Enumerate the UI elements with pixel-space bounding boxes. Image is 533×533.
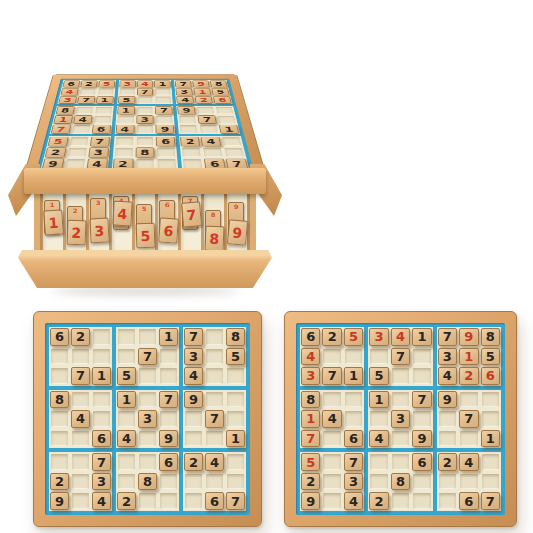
number-tile-3: 3 <box>369 328 388 346</box>
number-tile-8: 8 <box>301 391 320 409</box>
number-tile-8: 8 <box>135 147 155 157</box>
number-tile-6: 6 <box>159 453 178 471</box>
tile-edge-number-1: 1 <box>45 202 59 209</box>
number-tile-7: 7 <box>77 96 95 104</box>
number-tile-2: 2 <box>71 328 90 346</box>
cell-r4c4: 1 <box>116 390 137 410</box>
number-tile-5: 5 <box>118 96 135 104</box>
number-tile-1: 1 <box>92 367 111 385</box>
number-tile-7: 7 <box>198 115 217 123</box>
cell-r7c4 <box>368 452 389 472</box>
number-tile-9: 9 <box>50 492 69 510</box>
cell-r2c5: 7 <box>137 347 158 367</box>
cell-r9c3: 4 <box>343 491 364 511</box>
cell-r6c3: 6 <box>90 124 111 134</box>
sudoku-box-9: 2467 <box>179 136 249 170</box>
cell-r3c5 <box>137 366 158 386</box>
cell-r2c1: 4 <box>59 88 79 96</box>
number-tile-7: 7 <box>90 137 110 147</box>
drawer-slot-7: 77 <box>181 194 201 252</box>
cell-r7c3: 7 <box>89 136 111 147</box>
number-tile-4: 4 <box>176 96 194 104</box>
sudoku-box-6: 971 <box>183 390 246 449</box>
cell-r2c9: 5 <box>225 347 246 367</box>
number-tile-7: 7 <box>412 391 431 409</box>
cell-r3c2: 7 <box>321 366 342 386</box>
number-tile-6: 6 <box>412 453 431 471</box>
cell-r8c6 <box>158 472 179 492</box>
number-tile-7: 7 <box>481 492 500 510</box>
number-tile-7: 7 <box>205 410 224 428</box>
tile-edge-number-8: 8 <box>206 212 220 219</box>
number-tile-6: 6 <box>91 125 110 134</box>
cell-r6c5 <box>135 124 155 134</box>
number-tile-8: 8 <box>50 391 69 409</box>
cell-r6c9: 1 <box>225 429 246 449</box>
cell-r5c9 <box>225 409 246 429</box>
cell-r2c5: 7 <box>390 347 411 367</box>
number-tile-9: 9 <box>192 80 209 87</box>
sudoku-box-9: 2467 <box>437 452 501 511</box>
number-tile-7: 7 <box>138 348 157 366</box>
cell-r4c3 <box>91 390 112 410</box>
cell-r6c2 <box>70 429 91 449</box>
number-tile-5: 5 <box>211 88 229 95</box>
cell-r5c6 <box>155 115 175 124</box>
cell-r1c6: 1 <box>411 327 432 347</box>
cell-r6c7 <box>183 429 204 449</box>
cell-r8c8 <box>458 472 479 492</box>
number-tile-8: 8 <box>56 106 75 114</box>
cell-r8c9 <box>480 472 501 492</box>
number-tile-6: 6 <box>156 137 175 147</box>
number-tile-5: 5 <box>369 367 388 385</box>
cell-r4c8 <box>204 390 225 410</box>
cell-r6c5 <box>390 429 411 449</box>
cell-r3c2: 7 <box>70 366 91 386</box>
cell-r2c4 <box>118 88 137 96</box>
cell-r8c1: 2 <box>44 147 68 158</box>
cell-r8c9 <box>225 472 246 492</box>
cell-r4c6: 7 <box>154 106 174 115</box>
cell-r7c1 <box>49 452 70 472</box>
cell-r7c3: 7 <box>91 452 112 472</box>
number-tile-1: 1 <box>96 96 114 104</box>
cell-r3c4: 5 <box>368 366 389 386</box>
tile-edge-number-5: 5 <box>137 206 151 213</box>
cell-r2c8: 1 <box>193 88 212 96</box>
number-tile-1: 1 <box>344 367 363 385</box>
sudoku-box-7: 572394 <box>300 452 364 511</box>
number-tile-3: 3 <box>119 80 135 87</box>
cell-r3c3: 1 <box>95 96 115 104</box>
number-tile-1: 1 <box>301 410 320 428</box>
tile-edge-number-6: 6 <box>160 202 174 209</box>
number-tile-6: 6 <box>205 492 224 510</box>
cell-r3c1: 3 <box>300 366 321 386</box>
cell-r5c8: 7 <box>204 409 225 429</box>
drawer-tile-2: 2 <box>66 220 86 246</box>
number-tile-7: 7 <box>92 453 111 471</box>
cell-r8c9 <box>222 147 246 158</box>
cell-r6c6: 9 <box>155 124 176 134</box>
cell-r3c9: 6 <box>212 96 232 104</box>
cell-r5c3 <box>91 409 112 429</box>
cell-r2c4 <box>116 347 137 367</box>
number-tile-7: 7 <box>344 453 363 471</box>
number-tile-1: 1 <box>226 430 245 448</box>
cell-r6c7 <box>178 124 199 134</box>
cell-r2c8: 1 <box>458 347 479 367</box>
cell-r1c8: 9 <box>458 327 479 347</box>
cell-r5c4 <box>115 115 135 124</box>
drawer-tile-9: 9 <box>227 219 248 246</box>
drawer-slot-6: 66 <box>158 194 178 252</box>
cell-r2c3 <box>343 347 364 367</box>
cell-r7c8: 4 <box>200 136 223 147</box>
cell-r9c7 <box>437 491 458 511</box>
cell-r8c8 <box>201 147 224 158</box>
number-tile-3: 3 <box>136 115 154 123</box>
number-tile-9: 9 <box>438 391 457 409</box>
cell-r2c7: 3 <box>437 347 458 367</box>
number-tile-5: 5 <box>117 367 136 385</box>
cell-r1c3 <box>91 327 112 347</box>
drawer-tile-1: 1 <box>43 209 63 235</box>
cell-r9c1: 9 <box>49 491 70 511</box>
cell-r7c7: 2 <box>437 452 458 472</box>
sudoku-box-6: 971 <box>437 390 501 449</box>
number-tile-4: 4 <box>459 453 478 471</box>
cell-r6c7 <box>437 429 458 449</box>
cell-r3c4: 5 <box>117 96 136 104</box>
number-tile-4: 4 <box>438 367 457 385</box>
cell-r2c2 <box>321 347 342 367</box>
cell-r6c1: 7 <box>300 429 321 449</box>
cell-r1c4: 3 <box>368 327 389 347</box>
cell-r8c5: 8 <box>137 472 158 492</box>
number-tile-4: 4 <box>73 115 92 123</box>
cell-r7c9 <box>220 136 243 147</box>
cell-r8c4 <box>116 472 137 492</box>
cell-r8c2 <box>70 472 91 492</box>
cell-r1c9: 8 <box>225 327 246 347</box>
sudoku-board-angled: 6254371341757983154268147617349971572394… <box>22 74 268 180</box>
cell-r1c2: 2 <box>79 80 98 88</box>
sudoku-box-2: 175 <box>116 327 179 386</box>
cell-r4c3 <box>93 106 113 115</box>
tile-edge-number-2: 2 <box>68 208 82 215</box>
drawer-slot-8: 88 <box>204 194 224 252</box>
number-tile-7: 7 <box>438 328 457 346</box>
cell-r1c2: 2 <box>70 327 91 347</box>
cell-r2c6 <box>158 347 179 367</box>
sudoku-grid-angled: 6254371341757983154268147617349971572394… <box>36 79 254 173</box>
view-progress-board: 6254371341757983154268147617349971572394… <box>284 311 517 527</box>
sudoku-grid-progress: 6254371341757983154268147617349971572394… <box>296 323 505 515</box>
number-tile-4: 4 <box>369 430 388 448</box>
cell-r5c8: 7 <box>458 409 479 429</box>
cell-r4c5 <box>137 390 158 410</box>
cell-r4c4: 1 <box>116 106 136 115</box>
number-tile-3: 3 <box>391 410 410 428</box>
cell-r6c3: 6 <box>343 429 364 449</box>
cell-r3c9: 6 <box>480 366 501 386</box>
number-tile-9: 9 <box>184 391 203 409</box>
cell-r1c2: 2 <box>321 327 342 347</box>
view-angled-board-with-drawer: 6254371341757983154268147617349971572394… <box>14 4 276 294</box>
number-tile-4: 4 <box>391 328 410 346</box>
cell-r5c9 <box>480 409 501 429</box>
cell-r3c6 <box>158 366 179 386</box>
cell-r8c7 <box>437 472 458 492</box>
number-tile-9: 9 <box>412 430 431 448</box>
sudoku-grid-puzzle: 62711757835484617349971723946822467 <box>45 323 250 515</box>
cell-r5c8: 7 <box>197 115 218 124</box>
cell-r1c3: 5 <box>343 327 364 347</box>
cell-r3c7: 4 <box>176 96 196 104</box>
number-tile-7: 7 <box>137 88 154 95</box>
cell-r6c4: 4 <box>368 429 389 449</box>
cell-r7c2 <box>321 452 342 472</box>
cell-r2c6 <box>154 88 173 96</box>
cell-r9c7 <box>183 491 204 511</box>
drawer-tile-3: 3 <box>89 218 109 244</box>
sudoku-box-6: 971 <box>177 106 241 134</box>
sudoku-board-progress: 6254371341757983154268147617349971572394… <box>284 311 517 527</box>
cell-r7c5 <box>390 452 411 472</box>
cell-r6c6: 9 <box>158 429 179 449</box>
number-tile-1: 1 <box>154 80 170 87</box>
cell-r1c5 <box>137 327 158 347</box>
number-tile-1: 1 <box>481 430 500 448</box>
number-tile-2: 2 <box>80 80 97 87</box>
number-tile-6: 6 <box>92 430 111 448</box>
sudoku-box-7: 572394 <box>41 136 111 170</box>
cell-r9c8: 6 <box>204 491 225 511</box>
tile-edge-number-9: 9 <box>229 204 243 211</box>
cell-r7c6: 6 <box>155 136 176 147</box>
cell-r6c8 <box>204 429 225 449</box>
cell-r6c8 <box>458 429 479 449</box>
cell-r7c8: 4 <box>458 452 479 472</box>
cell-r1c8 <box>204 327 225 347</box>
number-tile-9: 9 <box>301 492 320 510</box>
number-tile-4: 4 <box>115 125 134 134</box>
cell-r1c9: 8 <box>209 80 228 88</box>
cell-r8c3: 3 <box>91 472 112 492</box>
cell-r1c1: 6 <box>49 327 70 347</box>
cell-r4c6: 7 <box>158 390 179 410</box>
cell-r5c4 <box>116 409 137 429</box>
cell-r2c6 <box>411 347 432 367</box>
number-tile-1: 1 <box>412 328 431 346</box>
cell-r4c7: 9 <box>177 106 197 115</box>
number-tile-6: 6 <box>481 367 500 385</box>
number-tile-4: 4 <box>201 137 222 147</box>
number-tile-6: 6 <box>344 430 363 448</box>
number-tile-5: 5 <box>481 348 500 366</box>
cell-r5c7 <box>437 409 458 429</box>
cell-r4c1: 8 <box>55 106 76 115</box>
number-tile-2: 2 <box>117 492 136 510</box>
cell-r9c1: 9 <box>300 491 321 511</box>
number-tile-1: 1 <box>117 391 136 409</box>
cell-r9c2 <box>321 491 342 511</box>
tile-drawer: 112233445566778899 <box>18 192 272 296</box>
cell-r7c2 <box>68 136 91 147</box>
cell-r5c4 <box>368 409 389 429</box>
cell-r6c5 <box>137 429 158 449</box>
number-tile-6: 6 <box>50 328 69 346</box>
cell-r1c6: 1 <box>154 80 172 88</box>
cell-r3c3: 1 <box>91 366 112 386</box>
cell-r3c9 <box>225 366 246 386</box>
cell-r8c2 <box>65 147 88 158</box>
number-tile-2: 2 <box>184 453 203 471</box>
cell-r3c1: 3 <box>57 96 77 104</box>
sudoku-box-2: 34175 <box>117 80 173 104</box>
cell-r9c6 <box>158 491 179 511</box>
cell-r2c9: 5 <box>480 347 501 367</box>
cell-r4c2 <box>70 390 91 410</box>
box-front-rim <box>24 168 266 194</box>
number-tile-4: 4 <box>137 80 153 87</box>
cell-r9c5 <box>390 491 411 511</box>
number-tile-2: 2 <box>301 473 320 491</box>
cell-r8c4 <box>368 472 389 492</box>
number-tile-4: 4 <box>117 430 136 448</box>
drawer-front-panel <box>18 250 272 288</box>
number-tile-3: 3 <box>301 367 320 385</box>
number-tile-7: 7 <box>175 80 192 87</box>
cell-r6c1 <box>49 429 70 449</box>
cell-r8c3: 3 <box>87 147 110 158</box>
cell-r7c7: 2 <box>179 136 201 147</box>
sudoku-box-5: 17349 <box>116 390 179 449</box>
drawer-slots: 112233445566778899 <box>34 192 256 252</box>
cell-r3c6 <box>411 366 432 386</box>
cell-r1c9: 8 <box>480 327 501 347</box>
cell-r6c9: 1 <box>480 429 501 449</box>
cell-r2c9: 5 <box>211 88 231 96</box>
cell-r1c7: 7 <box>174 80 193 88</box>
number-tile-6: 6 <box>213 96 232 104</box>
drawer-slot-4: 44 <box>112 194 132 252</box>
sudoku-box-5: 17349 <box>114 106 175 134</box>
cell-r3c5 <box>136 96 155 104</box>
cell-r2c7: 3 <box>183 347 204 367</box>
tile-edge-number-3: 3 <box>91 200 105 207</box>
number-tile-4: 4 <box>184 367 203 385</box>
cell-r8c3: 3 <box>343 472 364 492</box>
sudoku-box-4: 81476 <box>50 106 114 134</box>
number-tile-3: 3 <box>88 147 109 157</box>
cell-r9c8: 6 <box>458 491 479 511</box>
number-tile-7: 7 <box>155 106 173 114</box>
cell-r8c4 <box>112 147 134 158</box>
cell-r3c7: 4 <box>437 366 458 386</box>
cell-r3c8: 2 <box>458 366 479 386</box>
cell-r6c2 <box>70 124 92 134</box>
cell-r9c6 <box>411 491 432 511</box>
cell-r4c1: 8 <box>300 390 321 410</box>
drawer-slot-3: 33 <box>89 194 109 252</box>
number-tile-7: 7 <box>71 367 90 385</box>
cell-r4c8 <box>195 106 216 115</box>
number-tile-3: 3 <box>92 473 111 491</box>
cell-r1c7: 7 <box>437 327 458 347</box>
number-tile-2: 2 <box>50 473 69 491</box>
cell-r8c6 <box>411 472 432 492</box>
number-tile-2: 2 <box>195 96 213 104</box>
cell-r7c9 <box>225 452 246 472</box>
sudoku-box-1: 6271 <box>49 327 112 386</box>
cell-r4c5 <box>390 390 411 410</box>
sudoku-box-3: 798315426 <box>174 80 232 104</box>
cell-r6c8 <box>198 124 220 134</box>
cell-r2c3 <box>96 88 115 96</box>
sudoku-board-puzzle: 62711757835484617349971723946822467 <box>33 311 262 527</box>
cell-r8c7 <box>183 472 204 492</box>
cell-r1c5: 4 <box>136 80 154 88</box>
cell-r7c9 <box>480 452 501 472</box>
number-tile-7: 7 <box>322 367 341 385</box>
cell-r4c9 <box>214 106 235 115</box>
drawer-tile-5: 5 <box>135 223 155 249</box>
cell-r4c3 <box>343 390 364 410</box>
drawer-tile-8: 8 <box>204 226 224 252</box>
cell-r5c1 <box>49 409 70 429</box>
sudoku-box-1: 6254371 <box>300 327 364 386</box>
cell-r4c4: 1 <box>368 390 389 410</box>
number-tile-9: 9 <box>177 106 195 114</box>
sudoku-box-2: 34175 <box>368 327 432 386</box>
cell-r8c6 <box>156 147 178 158</box>
drawer-tile-4: 4 <box>112 201 132 227</box>
cell-r4c9 <box>480 390 501 410</box>
drawer-slot-5: 55 <box>135 194 155 252</box>
cell-r1c4: 3 <box>118 80 136 88</box>
number-tile-9: 9 <box>156 125 175 134</box>
cell-r9c4: 2 <box>116 491 137 511</box>
number-tile-1: 1 <box>159 328 178 346</box>
number-tile-7: 7 <box>159 391 178 409</box>
number-tile-2: 2 <box>45 147 67 157</box>
cell-r9c9: 7 <box>225 491 246 511</box>
cell-r7c4 <box>113 136 134 147</box>
cell-r6c1: 7 <box>50 124 72 134</box>
sudoku-box-1: 6254371 <box>57 80 115 104</box>
cell-r4c5 <box>135 106 154 115</box>
number-tile-1: 1 <box>53 115 73 123</box>
cell-r5c1: 1 <box>52 115 74 124</box>
cell-r5c2: 4 <box>70 409 91 429</box>
cell-r4c7: 9 <box>183 390 204 410</box>
cell-r3c6 <box>154 96 173 104</box>
number-tile-3: 3 <box>176 88 193 95</box>
number-tile-5: 5 <box>48 137 69 147</box>
number-tile-3: 3 <box>58 96 77 104</box>
cell-r3c3: 1 <box>343 366 364 386</box>
cell-r3c5 <box>390 366 411 386</box>
cell-r2c1: 4 <box>300 347 321 367</box>
cell-r9c5 <box>137 491 158 511</box>
cell-r7c6: 6 <box>158 452 179 472</box>
cell-r4c1: 8 <box>49 390 70 410</box>
cell-r5c6 <box>158 409 179 429</box>
cell-r2c4 <box>368 347 389 367</box>
